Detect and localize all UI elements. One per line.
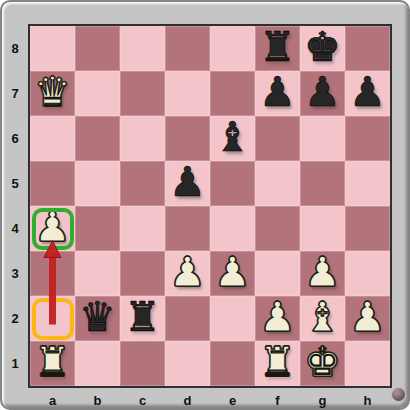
square-b6[interactable] bbox=[75, 116, 120, 161]
white-pawn[interactable]: ♟ bbox=[259, 295, 296, 340]
square-b4[interactable] bbox=[75, 206, 120, 251]
square-e3[interactable]: ♟ bbox=[210, 251, 255, 296]
square-f8[interactable]: ♜ bbox=[255, 26, 300, 71]
square-a8[interactable] bbox=[30, 26, 75, 71]
square-b5[interactable] bbox=[75, 161, 120, 206]
black-rook[interactable]: ♜ bbox=[124, 295, 161, 340]
file-label-g: g bbox=[300, 391, 345, 410]
square-g4[interactable] bbox=[300, 206, 345, 251]
file-label-a: a bbox=[30, 391, 75, 410]
black-pawn[interactable]: ♟ bbox=[349, 70, 386, 115]
square-h6[interactable] bbox=[345, 116, 390, 161]
black-pawn[interactable]: ♟ bbox=[304, 70, 341, 115]
square-g7[interactable]: ♟ bbox=[300, 71, 345, 116]
square-b2[interactable]: ♛ bbox=[75, 296, 120, 341]
square-g2[interactable]: ♝ bbox=[300, 296, 345, 341]
square-g6[interactable] bbox=[300, 116, 345, 161]
square-d4[interactable] bbox=[165, 206, 210, 251]
white-pawn[interactable]: ♟ bbox=[214, 250, 251, 295]
square-d1[interactable] bbox=[165, 341, 210, 386]
square-f2[interactable]: ♟ bbox=[255, 296, 300, 341]
white-bishop[interactable]: ♝ bbox=[304, 295, 341, 340]
white-queen[interactable]: ♛ bbox=[34, 70, 71, 115]
black-rook[interactable]: ♜ bbox=[259, 25, 296, 70]
square-e8[interactable] bbox=[210, 26, 255, 71]
square-b3[interactable] bbox=[75, 251, 120, 296]
square-c7[interactable] bbox=[120, 71, 165, 116]
square-h5[interactable] bbox=[345, 161, 390, 206]
square-h2[interactable]: ♟ bbox=[345, 296, 390, 341]
file-label-d: d bbox=[165, 391, 210, 410]
square-a4[interactable]: ♟ bbox=[30, 206, 75, 251]
square-g5[interactable] bbox=[300, 161, 345, 206]
file-label-h: h bbox=[345, 391, 390, 410]
white-pawn[interactable]: ♟ bbox=[304, 250, 341, 295]
rank-label-1: 1 bbox=[2, 341, 28, 386]
square-e2[interactable] bbox=[210, 296, 255, 341]
rank-label-5: 5 bbox=[2, 161, 28, 206]
square-c4[interactable] bbox=[120, 206, 165, 251]
file-label-e: e bbox=[210, 391, 255, 410]
file-label-b: b bbox=[75, 391, 120, 410]
square-h1[interactable] bbox=[345, 341, 390, 386]
square-f7[interactable]: ♟ bbox=[255, 71, 300, 116]
square-c2[interactable]: ♜ bbox=[120, 296, 165, 341]
file-label-c: c bbox=[120, 391, 165, 410]
rank-label-6: 6 bbox=[2, 116, 28, 161]
square-d6[interactable] bbox=[165, 116, 210, 161]
square-f5[interactable] bbox=[255, 161, 300, 206]
black-pawn[interactable]: ♟ bbox=[259, 70, 296, 115]
square-a3[interactable] bbox=[30, 251, 75, 296]
board-grid: ♜♚♛♟♟♟♝♟♟♟♟♟♛♜♟♝♟♜♜♚ bbox=[28, 24, 392, 388]
square-d2[interactable] bbox=[165, 296, 210, 341]
square-e7[interactable] bbox=[210, 71, 255, 116]
square-a7[interactable]: ♛ bbox=[30, 71, 75, 116]
white-pawn[interactable]: ♟ bbox=[34, 205, 71, 250]
square-h4[interactable] bbox=[345, 206, 390, 251]
square-d8[interactable] bbox=[165, 26, 210, 71]
square-c8[interactable] bbox=[120, 26, 165, 71]
board-frame: 87654321 ♜♚♛♟♟♟♝♟♟♟♟♟♛♜♟♝♟♜♜♚ abcdefgh bbox=[0, 0, 410, 410]
white-pawn[interactable]: ♟ bbox=[349, 295, 386, 340]
rank-label-4: 4 bbox=[2, 206, 28, 251]
square-h7[interactable]: ♟ bbox=[345, 71, 390, 116]
rank-label-3: 3 bbox=[2, 251, 28, 296]
square-c3[interactable] bbox=[120, 251, 165, 296]
black-queen[interactable]: ♛ bbox=[79, 295, 116, 340]
square-e1[interactable] bbox=[210, 341, 255, 386]
rank-labels: 87654321 bbox=[2, 26, 28, 386]
square-b1[interactable] bbox=[75, 341, 120, 386]
square-f3[interactable] bbox=[255, 251, 300, 296]
rank-label-2: 2 bbox=[2, 296, 28, 341]
square-h3[interactable] bbox=[345, 251, 390, 296]
square-g1[interactable]: ♚ bbox=[300, 341, 345, 386]
white-rook[interactable]: ♜ bbox=[34, 340, 71, 385]
rank-label-7: 7 bbox=[2, 71, 28, 116]
black-bishop[interactable]: ♝ bbox=[214, 115, 251, 160]
file-label-f: f bbox=[255, 391, 300, 410]
square-b8[interactable] bbox=[75, 26, 120, 71]
square-b7[interactable] bbox=[75, 71, 120, 116]
square-a6[interactable] bbox=[30, 116, 75, 161]
square-c6[interactable] bbox=[120, 116, 165, 161]
square-a2[interactable] bbox=[30, 296, 75, 341]
square-g3[interactable]: ♟ bbox=[300, 251, 345, 296]
rank-label-8: 8 bbox=[2, 26, 28, 71]
square-e6[interactable]: ♝ bbox=[210, 116, 255, 161]
white-pawn[interactable]: ♟ bbox=[169, 250, 206, 295]
square-f1[interactable]: ♜ bbox=[255, 341, 300, 386]
square-d5[interactable]: ♟ bbox=[165, 161, 210, 206]
square-g8[interactable]: ♚ bbox=[300, 26, 345, 71]
file-labels: abcdefgh bbox=[30, 391, 390, 410]
square-f4[interactable] bbox=[255, 206, 300, 251]
frame-corner-knob bbox=[392, 388, 405, 401]
black-king[interactable]: ♚ bbox=[304, 25, 341, 70]
square-e4[interactable] bbox=[210, 206, 255, 251]
white-king[interactable]: ♚ bbox=[304, 340, 341, 385]
white-rook[interactable]: ♜ bbox=[259, 340, 296, 385]
square-d7[interactable] bbox=[165, 71, 210, 116]
square-d3[interactable]: ♟ bbox=[165, 251, 210, 296]
square-h8[interactable] bbox=[345, 26, 390, 71]
square-e5[interactable] bbox=[210, 161, 255, 206]
black-pawn[interactable]: ♟ bbox=[169, 160, 206, 205]
square-a1[interactable]: ♜ bbox=[30, 341, 75, 386]
square-f6[interactable] bbox=[255, 116, 300, 161]
square-a5[interactable] bbox=[30, 161, 75, 206]
square-c1[interactable] bbox=[120, 341, 165, 386]
square-c5[interactable] bbox=[120, 161, 165, 206]
